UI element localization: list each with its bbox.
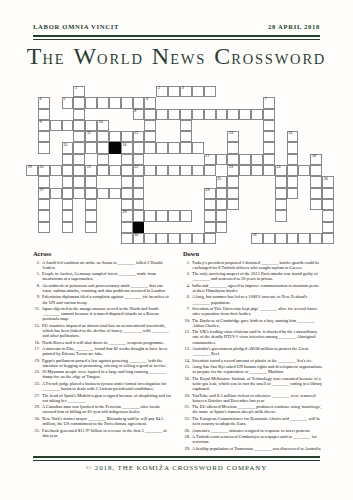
grid-cell[interactable]: 1 [73,86,85,97]
void-cell [144,86,156,97]
grid-cell[interactable] [109,188,121,199]
grid-cell[interactable] [263,120,275,131]
void-cell [85,154,97,165]
grid-cell[interactable] [251,165,263,176]
grid-cell[interactable]: 19 [26,165,38,176]
grid-cell[interactable] [216,222,228,233]
grid-cell[interactable] [62,199,74,210]
void-cell [251,176,263,187]
grid-cell[interactable] [73,120,85,131]
grid-cell[interactable] [85,188,97,199]
grid-cell[interactable] [73,109,85,120]
grid-cell[interactable] [263,233,275,244]
void-cell [156,131,168,142]
grid-cell[interactable] [310,199,322,210]
clue-text: Aung San Suu Kyi asked UN human rights a… [192,364,322,374]
void-cell [109,86,121,97]
void-cell [168,154,180,165]
void-cell [192,154,204,165]
grid-cell[interactable] [275,176,287,187]
grid-cell[interactable] [322,199,334,210]
grid-cell[interactable] [275,199,287,210]
void-cell [26,142,38,153]
grid-cell[interactable] [121,165,133,176]
void-cell [287,210,299,221]
grid-cell[interactable] [263,131,275,142]
cell-number: 14 [288,132,292,136]
grid-cell[interactable] [121,222,133,233]
grid-cell[interactable] [121,233,133,244]
clue-item: 13.Australia's government pledged A$500 … [183,346,323,356]
grid-cell[interactable] [322,222,334,233]
grid-cell[interactable] [168,165,180,176]
cell-number: 9 [40,121,42,125]
grid-cell[interactable]: 30 [133,233,145,244]
void-cell [239,233,251,244]
grid-cell[interactable]: 13 [227,131,239,142]
grid-cell[interactable] [168,233,180,244]
grid-cell[interactable] [251,109,263,120]
void-cell [192,120,204,131]
grid-cell[interactable]: 6 [144,97,156,108]
void-cell [109,176,121,187]
grid-cell[interactable] [168,86,180,97]
grid-cell[interactable] [216,154,228,165]
grid-cell[interactable] [180,165,192,176]
void-cell [275,154,287,165]
clue-item: 20.YouTube said 8.3 million violent or o… [183,393,323,403]
void-cell [310,109,322,120]
grid-cell[interactable] [38,222,50,233]
void-cell [26,199,38,210]
clue-number: 30. [33,416,40,421]
void-cell [168,120,180,131]
void-cell [73,199,85,210]
clue-number: 31. [33,428,40,433]
clue-text: Facebook generated $11.97 billion in rev… [42,428,167,438]
void-cell [109,233,121,244]
grid-cell[interactable] [62,176,74,187]
grid-cell[interactable] [38,199,50,210]
grid-cell[interactable] [204,233,216,244]
grid-cell[interactable] [287,176,299,187]
grid-cell[interactable] [62,154,74,165]
grid-cell[interactable] [168,142,180,153]
void-cell [144,199,156,210]
clue-item: 25.The European Commissioner for Economi… [183,416,323,426]
cell-number: 27 [40,189,44,193]
clue-item: 12.The UK's leading virus clinician said… [183,329,323,344]
grid-cell[interactable]: 2 [156,86,168,97]
clue-number: 10. [183,318,190,323]
grid-cell[interactable] [322,210,334,221]
void-cell [310,210,322,221]
clue-number: 2. [33,260,40,265]
grid-cell[interactable] [287,154,299,165]
clue-item: 9.Palestinian diplomats filed a complain… [33,294,173,304]
grid-cell[interactable] [121,199,133,210]
grid-cell[interactable] [62,222,74,233]
grid-cell[interactable] [121,131,133,142]
page-title: THEWORLDNEWSCROSSWORD [0,43,353,70]
grid-cell[interactable]: 5 [62,97,74,108]
grid-cell[interactable] [73,142,85,153]
void-cell [180,97,192,108]
clue-text: India and ________ agreed to improve com… [192,283,319,293]
grid-cell[interactable] [156,165,168,176]
grid-cell[interactable] [180,109,192,120]
grid-cell[interactable]: 15 [62,142,74,153]
grid-cell[interactable] [180,142,192,153]
grid-cell[interactable] [180,210,192,221]
grid-cell[interactable] [204,86,216,97]
grid-cell[interactable] [239,109,251,120]
grid-cell[interactable] [144,109,156,120]
clue-item: 10.The Duchess of Cambridge gave birth t… [183,318,323,328]
grid-cell[interactable] [133,176,145,187]
void-cell [216,97,228,108]
void-cell [251,142,263,153]
grid-cell[interactable] [180,131,192,142]
grid-cell[interactable] [121,188,133,199]
void-cell [322,131,334,142]
void-cell [310,120,322,131]
grid-cell[interactable] [227,109,239,120]
cell-number: 1 [75,87,77,91]
void-cell [239,199,251,210]
grid-cell[interactable]: 17 [204,154,216,165]
void-cell [50,210,62,221]
clue-number: 11. [33,306,40,311]
grid-cell[interactable] [121,154,133,165]
grid-cell[interactable] [50,165,62,176]
grid-cell[interactable] [38,131,50,142]
grid-cell[interactable] [204,199,216,210]
grid-cell[interactable] [62,188,74,199]
grid-cell[interactable]: 27 [38,188,50,199]
grid-cell[interactable] [144,120,156,131]
grid-cell[interactable] [156,233,168,244]
clue-text: Egypt's parliament passed a law against … [42,358,168,368]
void-cell [180,222,192,233]
top-double-rule [33,35,320,40]
clue-item: 6.A long, hot summer has led to a 1000% … [183,294,323,304]
grid-cell[interactable]: 22 [133,165,145,176]
grid-cell[interactable]: 18 [310,154,322,165]
grid-cell[interactable] [216,199,228,210]
grid-cell[interactable] [298,233,310,244]
grid-cell[interactable] [310,233,322,244]
grid-cell[interactable] [62,120,74,131]
grid-cell[interactable]: 14 [287,131,299,142]
grid-cell[interactable] [192,109,204,120]
grid-cell[interactable]: 21 [85,165,97,176]
title-word: CROSSWORD [214,50,326,67]
void-cell [251,86,263,97]
grid-cell[interactable] [73,154,85,165]
void-cell [275,142,287,153]
void-cell [310,131,322,142]
grid-cell[interactable] [192,142,204,153]
grid-cell[interactable] [85,142,97,153]
void-cell [73,233,85,244]
void-cell [121,120,133,131]
grid-cell[interactable] [287,165,299,176]
grid-cell[interactable]: 4 [38,97,50,108]
void-cell [263,222,275,233]
void-cell [168,188,180,199]
grid-cell[interactable] [109,131,121,142]
grid-cell[interactable] [287,233,299,244]
clue-text: The only surviving suspect of the 2015 P… [192,271,318,281]
grid-cell[interactable] [310,188,322,199]
clue-item: 15.EU countries imposed an almost total … [33,323,173,338]
void-cell [85,233,97,244]
grid-cell[interactable]: 28 [204,188,216,199]
clue-text: An outbreak of poisonous oak processiona… [42,283,166,293]
grid-cell[interactable] [216,188,228,199]
clue-number: 1. [183,260,190,265]
grid-cell[interactable] [322,233,334,244]
grid-cell[interactable] [204,210,216,221]
grid-cell[interactable] [133,97,145,108]
grid-cell[interactable] [287,142,299,153]
grid-cell[interactable] [62,210,74,221]
grid-cell[interactable] [156,210,168,221]
clue-number: 15. [33,323,40,328]
void-cell [239,210,251,221]
grid-cell[interactable] [275,210,287,221]
clue-text: The UK's leading virus clinician said he… [192,329,317,344]
grid-cell[interactable] [97,165,109,176]
grid-cell[interactable] [168,109,180,120]
grid-cell[interactable] [121,176,133,187]
void-cell [97,233,109,244]
grid-cell[interactable]: 7 [263,97,275,108]
void-cell [239,222,251,233]
clue-number: 27. [33,393,40,398]
grid-cell[interactable] [216,109,228,120]
grid-cell[interactable] [204,222,216,233]
grid-cell[interactable] [227,188,239,199]
grid-cell[interactable] [204,109,216,120]
clue-text: The Royal Melbourne Institute of Technol… [192,376,322,391]
grid-cell[interactable] [85,97,97,108]
void-cell [204,120,216,131]
clue-number: 7. [183,306,190,311]
void-cell [298,199,310,210]
grid-cell[interactable] [156,142,168,153]
grid-cell[interactable] [227,176,239,187]
void-cell [156,222,168,233]
grid-cell[interactable] [263,165,275,176]
grid-cell[interactable]: 29 [121,210,133,221]
grid-cell[interactable] [85,120,97,131]
grid-cell[interactable] [97,131,109,142]
void-cell [133,120,145,131]
void-cell [156,97,168,108]
grid-cell[interactable] [192,233,204,244]
grid-cell[interactable] [50,120,62,131]
void-cell [216,142,228,153]
grid-cell[interactable] [322,188,334,199]
grid-cell[interactable] [168,210,180,221]
grid-cell[interactable] [109,165,121,176]
void-cell [38,154,50,165]
grid-cell[interactable] [73,97,85,108]
grid-cell[interactable] [133,154,145,165]
grid-cell[interactable] [144,165,156,176]
void-cell [156,176,168,187]
void-cell [239,86,251,97]
grid-cell[interactable] [251,154,263,165]
grid-cell[interactable]: 16 [121,142,133,153]
void-cell [287,86,299,97]
grid-cell[interactable] [62,165,74,176]
grid-cell[interactable] [310,176,322,187]
grid-cell[interactable]: 20 [38,165,50,176]
grid-cell[interactable]: 12 [133,131,145,142]
grid-cell[interactable] [204,165,216,176]
grid-cell[interactable]: 24 [275,165,287,176]
grid-cell[interactable] [144,131,156,142]
grid-cell[interactable] [97,97,109,108]
grid-cell[interactable] [38,142,50,153]
grid-cell[interactable] [275,188,287,199]
clue-item: 4.India and ________ agreed to improve c… [183,283,323,293]
clue-item: 22.20 Myanmar people were injured in a l… [33,369,173,379]
grid-cell[interactable] [310,165,322,176]
grid-cell[interactable] [85,210,97,221]
grid-cell[interactable] [239,154,251,165]
grid-cell[interactable] [73,165,85,176]
grid-cell[interactable] [192,165,204,176]
void-cell [26,120,38,131]
grid-cell[interactable] [298,165,310,176]
clue-number: 12. [183,329,190,334]
grid-cell[interactable] [50,188,62,199]
grid-cell[interactable] [133,210,145,221]
clue-item: 14.Scientists found a record amount of p… [183,358,323,363]
grid-cell[interactable] [180,120,192,131]
void-cell [298,120,310,131]
grid-cell[interactable]: 31 [251,233,263,244]
grid-cell[interactable] [263,109,275,120]
grid-cell[interactable]: 3 [180,86,192,97]
grid-cell[interactable] [97,188,109,199]
grid-cell[interactable] [227,199,239,210]
void-cell [144,222,156,233]
grid-cell[interactable]: 10 [97,120,109,131]
grid-cell[interactable] [73,188,85,199]
void-cell [287,199,299,210]
void-cell [263,210,275,221]
grid-cell[interactable] [85,222,97,233]
void-cell [298,109,310,120]
grid-cell[interactable] [85,176,97,187]
grid-cell[interactable] [73,176,85,187]
grid-cell[interactable] [263,154,275,165]
void-cell [26,176,38,187]
grid-cell[interactable] [38,109,50,120]
grid-cell[interactable] [144,142,156,153]
grid-cell[interactable] [239,165,251,176]
cell-number: 17 [205,155,209,159]
void-cell [26,154,38,165]
grid-cell[interactable] [227,142,239,153]
clue-text: A museum in Elne, ________ found that 82… [42,346,167,356]
grid-cell[interactable] [97,154,109,165]
grid-cell[interactable] [263,142,275,153]
void-cell [322,154,334,165]
void-cell [322,86,334,97]
grid-cell[interactable] [97,142,109,153]
grid-cell[interactable]: 25 [216,176,228,187]
clue-number: 16. [33,340,40,345]
grid-cell[interactable] [133,188,145,199]
grid-cell[interactable]: 11 [85,131,97,142]
clue-number: 23. [33,381,40,386]
grid-cell[interactable] [180,233,192,244]
grid-cell[interactable] [121,97,133,108]
grid-cell[interactable] [144,210,156,221]
cell-number: 15 [63,144,67,148]
void-cell [275,131,287,142]
cell-number: 3 [182,87,184,91]
void-cell [109,154,121,165]
void-cell [204,142,216,153]
grid-cell[interactable] [227,154,239,165]
grid-cell[interactable]: 8 [133,109,145,120]
grid-cell[interactable] [156,109,168,120]
void-cell [310,142,322,153]
clue-item: 8.An outbreak of poisonous oak processio… [33,283,173,293]
cell-number: 7 [265,98,267,102]
clue-item: 3.The only surviving suspect of the 2015… [183,271,323,281]
grid-cell[interactable]: 26 [322,176,334,187]
void-cell [251,210,263,221]
grid-cell[interactable] [144,233,156,244]
void-cell [144,154,156,165]
grid-cell[interactable] [133,142,145,153]
void-cell [322,97,334,108]
grid-cell[interactable] [109,97,121,108]
void-cell [251,188,263,199]
grid-cell[interactable] [38,210,50,221]
void-cell [97,199,109,210]
grid-cell[interactable]: 23 [227,165,239,176]
void-cell [144,188,156,199]
grid-cell[interactable] [133,199,145,210]
grid-cell[interactable] [275,233,287,244]
grid-cell[interactable]: 9 [38,120,50,131]
grid-cell[interactable] [38,176,50,187]
void-cell [180,199,192,210]
void-cell [192,210,204,221]
grid-cell[interactable] [216,210,228,221]
void-cell [251,120,263,131]
clue-item: 2.A Saudi-led coalition air strike on Sa… [33,260,173,270]
grid-cell[interactable] [287,188,299,199]
void-cell [156,188,168,199]
clue-text: Armenia's ________ minister resigned in … [192,428,311,433]
grid-cell[interactable] [192,86,204,97]
void-cell [287,97,299,108]
void-cell [287,222,299,233]
grid-cell[interactable] [85,199,97,210]
grid-cell[interactable] [73,131,85,142]
void-cell [251,199,263,210]
